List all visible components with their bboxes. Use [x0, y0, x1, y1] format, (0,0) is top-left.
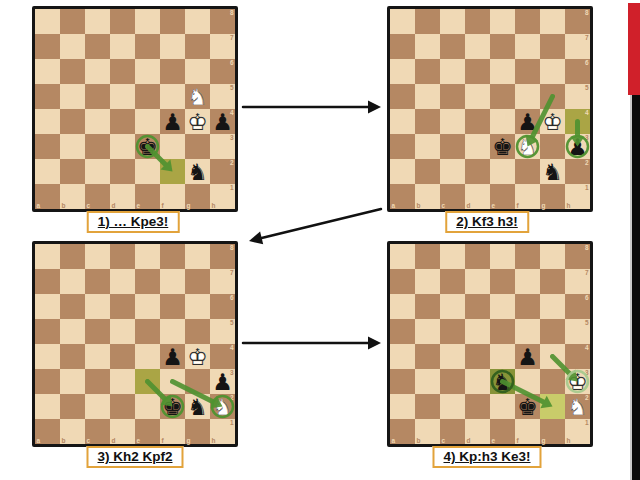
- square-a1[interactable]: a: [390, 419, 415, 444]
- square-c7[interactable]: [440, 34, 465, 59]
- square-g6[interactable]: [185, 59, 210, 84]
- chess-board-1: 8765432abcdefg1h ♞♘♚♔♟♟♚♞: [32, 6, 238, 212]
- rank-label-1: 1: [230, 184, 234, 191]
- square-b2[interactable]: [60, 159, 85, 184]
- square-a2[interactable]: [35, 159, 60, 184]
- black-king-e3[interactable]: ♚: [490, 134, 515, 159]
- square-h1[interactable]: 1h: [565, 419, 590, 444]
- square-h2[interactable]: 2: [210, 159, 235, 184]
- square-b4[interactable]: [415, 109, 440, 134]
- square-g5[interactable]: [540, 319, 565, 344]
- black-knight-g2[interactable]: ♞: [540, 159, 565, 184]
- square-a7[interactable]: [35, 34, 60, 59]
- square-d6[interactable]: [110, 294, 135, 319]
- black-knight-g2[interactable]: ♞: [185, 394, 210, 419]
- square-c5[interactable]: [85, 319, 110, 344]
- square-a3[interactable]: [35, 369, 60, 394]
- red-edge-strip: [628, 3, 640, 95]
- square-f1[interactable]: f: [515, 184, 540, 209]
- square-e4[interactable]: [490, 344, 515, 369]
- square-b5[interactable]: [415, 319, 440, 344]
- square-d2[interactable]: [465, 159, 490, 184]
- square-h8[interactable]: 8: [565, 244, 590, 269]
- white-knight-f3[interactable]: ♞♘: [515, 134, 540, 159]
- file-label-d: d: [112, 437, 116, 444]
- square-c3[interactable]: [440, 134, 465, 159]
- square-b8[interactable]: [415, 244, 440, 269]
- rank-label-7: 7: [230, 269, 234, 276]
- square-c8[interactable]: [440, 244, 465, 269]
- file-label-d: d: [467, 437, 471, 444]
- square-g8[interactable]: [540, 244, 565, 269]
- square-a6[interactable]: [35, 59, 60, 84]
- square-d4[interactable]: [465, 344, 490, 369]
- piece-glyph: ♚: [515, 394, 540, 419]
- square-c2[interactable]: [440, 394, 465, 419]
- square-e8[interactable]: [490, 9, 515, 34]
- square-h1[interactable]: 1h: [210, 419, 235, 444]
- square-f8[interactable]: [515, 9, 540, 34]
- square-e2[interactable]: [490, 159, 515, 184]
- square-b7[interactable]: [415, 269, 440, 294]
- square-d1[interactable]: d: [110, 419, 135, 444]
- square-e2[interactable]: [135, 159, 160, 184]
- square-a2[interactable]: [390, 394, 415, 419]
- square-g6[interactable]: [185, 294, 210, 319]
- square-h1[interactable]: 1h: [565, 184, 590, 209]
- square-b7[interactable]: [60, 34, 85, 59]
- rank-label-5: 5: [585, 84, 589, 91]
- square-a1[interactable]: a: [35, 419, 60, 444]
- square-f8[interactable]: [160, 9, 185, 34]
- square-b8[interactable]: [415, 9, 440, 34]
- square-e6[interactable]: [135, 294, 160, 319]
- square-g6[interactable]: [540, 294, 565, 319]
- square-h6[interactable]: 6: [565, 294, 590, 319]
- square-a6[interactable]: [35, 294, 60, 319]
- square-g1[interactable]: g: [540, 419, 565, 444]
- square-c1[interactable]: c: [440, 184, 465, 209]
- square-b7[interactable]: [60, 269, 85, 294]
- square-d4[interactable]: [110, 344, 135, 369]
- square-f8[interactable]: [515, 244, 540, 269]
- square-d6[interactable]: [110, 59, 135, 84]
- rank-label-6: 6: [230, 294, 234, 301]
- square-d5[interactable]: [465, 84, 490, 109]
- square-d8[interactable]: [110, 9, 135, 34]
- square-f5[interactable]: [515, 84, 540, 109]
- square-h1[interactable]: 1h: [210, 184, 235, 209]
- square-a2[interactable]: [35, 394, 60, 419]
- square-d8[interactable]: [110, 244, 135, 269]
- square-e3[interactable]: [135, 369, 160, 394]
- square-e8[interactable]: [135, 9, 160, 34]
- square-a1[interactable]: a: [35, 184, 60, 209]
- black-pawn-h3[interactable]: ♟: [210, 369, 235, 394]
- square-a6[interactable]: [390, 294, 415, 319]
- square-c2[interactable]: [85, 394, 110, 419]
- square-e7[interactable]: [490, 34, 515, 59]
- square-c5[interactable]: [440, 84, 465, 109]
- square-f7[interactable]: [160, 269, 185, 294]
- square-a8[interactable]: [35, 244, 60, 269]
- square-a5[interactable]: [390, 319, 415, 344]
- square-d7[interactable]: [465, 269, 490, 294]
- square-f3[interactable]: [515, 369, 540, 394]
- square-g7[interactable]: [185, 269, 210, 294]
- square-f7[interactable]: [160, 34, 185, 59]
- square-b6[interactable]: [60, 294, 85, 319]
- square-f3[interactable]: [160, 369, 185, 394]
- square-c5[interactable]: [440, 319, 465, 344]
- square-h3[interactable]: 3: [210, 134, 235, 159]
- square-c1[interactable]: c: [85, 184, 110, 209]
- white-king-h3[interactable]: ♚♔: [565, 369, 590, 394]
- square-h5[interactable]: 5: [565, 84, 590, 109]
- piece-glyph: ♔: [540, 109, 565, 134]
- file-label-b: b: [417, 202, 421, 209]
- square-h8[interactable]: 8: [210, 9, 235, 34]
- square-h6[interactable]: 6: [565, 59, 590, 84]
- square-b2[interactable]: [415, 159, 440, 184]
- piece-glyph: ♔: [185, 344, 210, 369]
- square-d5[interactable]: [110, 84, 135, 109]
- square-c6[interactable]: [85, 59, 110, 84]
- square-c6[interactable]: [440, 294, 465, 319]
- chess-board-3: 8765432abcdefg1h ♚♔♟♟♚♞♞♘: [32, 241, 238, 447]
- square-f6[interactable]: [515, 59, 540, 84]
- square-h7[interactable]: 7: [210, 269, 235, 294]
- square-e7[interactable]: [490, 269, 515, 294]
- square-b1[interactable]: b: [60, 419, 85, 444]
- square-a4[interactable]: [35, 344, 60, 369]
- square-h5[interactable]: 5: [565, 319, 590, 344]
- square-c4[interactable]: [440, 109, 465, 134]
- square-h4[interactable]: 4: [565, 109, 590, 134]
- square-f1[interactable]: f: [160, 184, 185, 209]
- black-pawn-f4[interactable]: ♟: [515, 109, 540, 134]
- square-b2[interactable]: [415, 394, 440, 419]
- square-g7[interactable]: [540, 269, 565, 294]
- square-a3[interactable]: [35, 134, 60, 159]
- file-label-f: f: [517, 202, 519, 209]
- square-c7[interactable]: [85, 269, 110, 294]
- square-f6[interactable]: [160, 294, 185, 319]
- square-c2[interactable]: [85, 159, 110, 184]
- rank-label-7: 7: [585, 269, 589, 276]
- square-e6[interactable]: [135, 59, 160, 84]
- black-pawn-h4[interactable]: ♟: [210, 109, 235, 134]
- square-a2[interactable]: [390, 159, 415, 184]
- white-knight-h2[interactable]: ♞♘: [210, 394, 235, 419]
- square-c4[interactable]: [85, 344, 110, 369]
- square-b3[interactable]: [415, 369, 440, 394]
- square-g3[interactable]: [540, 369, 565, 394]
- square-c8[interactable]: [85, 244, 110, 269]
- square-e5[interactable]: [135, 84, 160, 109]
- square-d1[interactable]: d: [465, 184, 490, 209]
- square-h8[interactable]: 8: [565, 9, 590, 34]
- board-3-squares: 8765432abcdefg1h ♚♔♟♟♚♞♞♘: [32, 241, 238, 447]
- square-g7[interactable]: [540, 34, 565, 59]
- slide-canvas: 8765432abcdefg1h ♞♘♚♔♟♟♚♞ 8765432abcdefg…: [0, 0, 640, 480]
- file-label-e: e: [492, 202, 496, 209]
- square-f8[interactable]: [160, 244, 185, 269]
- square-b1[interactable]: b: [415, 419, 440, 444]
- file-label-a: a: [37, 437, 41, 444]
- square-d8[interactable]: [465, 9, 490, 34]
- square-b6[interactable]: [415, 59, 440, 84]
- square-g8[interactable]: [185, 244, 210, 269]
- square-d3[interactable]: [465, 134, 490, 159]
- black-pawn-f4[interactable]: ♟: [515, 344, 540, 369]
- square-c6[interactable]: [85, 294, 110, 319]
- square-a5[interactable]: [390, 84, 415, 109]
- black-king-f2[interactable]: ♚: [160, 394, 185, 419]
- square-c6[interactable]: [440, 59, 465, 84]
- square-g4[interactable]: [540, 344, 565, 369]
- square-g7[interactable]: [185, 34, 210, 59]
- black-pawn-f4[interactable]: ♟: [160, 344, 185, 369]
- square-f5[interactable]: [515, 319, 540, 344]
- black-king-e3[interactable]: ♚: [135, 134, 160, 159]
- square-c3[interactable]: [85, 134, 110, 159]
- square-a4[interactable]: [390, 344, 415, 369]
- square-g6[interactable]: [540, 59, 565, 84]
- square-e2[interactable]: [490, 394, 515, 419]
- piece-glyph: ♔: [185, 109, 210, 134]
- square-e1[interactable]: e: [490, 184, 515, 209]
- square-c8[interactable]: [85, 9, 110, 34]
- square-b3[interactable]: [60, 369, 85, 394]
- piece-glyph: ♞: [185, 159, 210, 184]
- square-g5[interactable]: [185, 319, 210, 344]
- square-e5[interactable]: [490, 319, 515, 344]
- square-a1[interactable]: a: [390, 184, 415, 209]
- file-label-a: a: [392, 437, 396, 444]
- square-h7[interactable]: 7: [565, 269, 590, 294]
- square-e4[interactable]: [490, 109, 515, 134]
- square-e1[interactable]: e: [135, 419, 160, 444]
- file-label-g: g: [187, 202, 191, 209]
- piece-glyph: ♚: [160, 394, 185, 419]
- square-c7[interactable]: [85, 34, 110, 59]
- square-f2[interactable]: [160, 159, 185, 184]
- square-d7[interactable]: [110, 34, 135, 59]
- square-c1[interactable]: c: [85, 419, 110, 444]
- square-b4[interactable]: [60, 109, 85, 134]
- square-f3[interactable]: [160, 134, 185, 159]
- file-label-h: h: [567, 437, 571, 444]
- piece-glyph: ♘: [210, 394, 235, 419]
- square-a7[interactable]: [390, 34, 415, 59]
- square-c7[interactable]: [440, 269, 465, 294]
- square-f7[interactable]: [515, 34, 540, 59]
- square-g3[interactable]: [185, 369, 210, 394]
- file-label-d: d: [467, 202, 471, 209]
- rank-label-6: 6: [585, 59, 589, 66]
- rank-label-8: 8: [585, 244, 589, 251]
- square-b8[interactable]: [60, 9, 85, 34]
- square-b7[interactable]: [415, 34, 440, 59]
- square-e8[interactable]: [135, 244, 160, 269]
- white-knight-h2[interactable]: ♞♘: [565, 394, 590, 419]
- square-b5[interactable]: [415, 84, 440, 109]
- rank-label-1: 1: [230, 419, 234, 426]
- black-knight-e3[interactable]: ♞: [490, 369, 515, 394]
- square-c8[interactable]: [440, 9, 465, 34]
- rank-label-4: 4: [585, 109, 589, 116]
- square-f1[interactable]: f: [515, 419, 540, 444]
- piece-glyph: ♟: [515, 109, 540, 134]
- square-a8[interactable]: [390, 244, 415, 269]
- square-e1[interactable]: e: [135, 184, 160, 209]
- square-d4[interactable]: [110, 109, 135, 134]
- square-c4[interactable]: [85, 109, 110, 134]
- square-d3[interactable]: [465, 369, 490, 394]
- square-d7[interactable]: [465, 34, 490, 59]
- square-d1[interactable]: d: [110, 184, 135, 209]
- square-b4[interactable]: [415, 344, 440, 369]
- square-a3[interactable]: [390, 134, 415, 159]
- square-d5[interactable]: [110, 319, 135, 344]
- square-h4[interactable]: 4: [565, 344, 590, 369]
- square-h7[interactable]: 7: [210, 34, 235, 59]
- square-a4[interactable]: [390, 109, 415, 134]
- square-f6[interactable]: [515, 294, 540, 319]
- square-f5[interactable]: [160, 84, 185, 109]
- caption-move-2: 2) Kf3 h3!: [445, 211, 529, 233]
- square-d2[interactable]: [110, 394, 135, 419]
- square-c2[interactable]: [440, 159, 465, 184]
- square-e4[interactable]: [135, 344, 160, 369]
- square-g3[interactable]: [185, 134, 210, 159]
- square-f6[interactable]: [160, 59, 185, 84]
- square-g8[interactable]: [185, 9, 210, 34]
- square-b3[interactable]: [60, 134, 85, 159]
- square-h5[interactable]: 5: [210, 84, 235, 109]
- square-a6[interactable]: [390, 59, 415, 84]
- square-a4[interactable]: [35, 109, 60, 134]
- file-label-c: c: [87, 437, 91, 444]
- square-b3[interactable]: [415, 134, 440, 159]
- square-e7[interactable]: [135, 269, 160, 294]
- square-e6[interactable]: [490, 294, 515, 319]
- square-h8[interactable]: 8: [210, 244, 235, 269]
- black-pawn-h3[interactable]: ♟: [565, 134, 590, 159]
- square-e8[interactable]: [490, 244, 515, 269]
- square-c5[interactable]: [85, 84, 110, 109]
- rank-label-8: 8: [585, 9, 589, 16]
- square-a5[interactable]: [35, 319, 60, 344]
- square-b4[interactable]: [60, 344, 85, 369]
- black-pawn-f4[interactable]: ♟: [160, 109, 185, 134]
- square-a8[interactable]: [390, 9, 415, 34]
- square-d2[interactable]: [110, 159, 135, 184]
- square-e5[interactable]: [135, 319, 160, 344]
- square-f1[interactable]: f: [160, 419, 185, 444]
- square-h7[interactable]: 7: [565, 34, 590, 59]
- rank-label-4: 4: [230, 344, 234, 351]
- square-a5[interactable]: [35, 84, 60, 109]
- caption-move-1: 1) … Kpe3!: [87, 211, 180, 233]
- square-c1[interactable]: c: [440, 419, 465, 444]
- square-d4[interactable]: [465, 109, 490, 134]
- square-e2[interactable]: [135, 394, 160, 419]
- square-e5[interactable]: [490, 84, 515, 109]
- black-knight-g2[interactable]: ♞: [185, 159, 210, 184]
- square-d2[interactable]: [465, 394, 490, 419]
- file-label-b: b: [417, 437, 421, 444]
- white-knight-g5[interactable]: ♞♘: [185, 84, 210, 109]
- square-g3[interactable]: [540, 134, 565, 159]
- square-a3[interactable]: [390, 369, 415, 394]
- square-c3[interactable]: [440, 369, 465, 394]
- square-e7[interactable]: [135, 34, 160, 59]
- rank-label-3: 3: [230, 134, 234, 141]
- white-king-g4[interactable]: ♚♔: [185, 344, 210, 369]
- black-king-f2[interactable]: ♚: [515, 394, 540, 419]
- square-h5[interactable]: 5: [210, 319, 235, 344]
- square-b1[interactable]: b: [60, 184, 85, 209]
- square-h2[interactable]: 2: [565, 159, 590, 184]
- square-d1[interactable]: d: [465, 419, 490, 444]
- square-b6[interactable]: [415, 294, 440, 319]
- square-a8[interactable]: [35, 9, 60, 34]
- square-h6[interactable]: 6: [210, 294, 235, 319]
- square-d8[interactable]: [465, 244, 490, 269]
- square-b5[interactable]: [60, 319, 85, 344]
- square-a7[interactable]: [35, 269, 60, 294]
- square-g2[interactable]: [540, 394, 565, 419]
- piece-glyph: ♞: [185, 394, 210, 419]
- square-f2[interactable]: [515, 159, 540, 184]
- square-c3[interactable]: [85, 369, 110, 394]
- square-g1[interactable]: g: [185, 419, 210, 444]
- square-d7[interactable]: [110, 269, 135, 294]
- square-b8[interactable]: [60, 244, 85, 269]
- square-f7[interactable]: [515, 269, 540, 294]
- square-b1[interactable]: b: [415, 184, 440, 209]
- square-g1[interactable]: g: [185, 184, 210, 209]
- square-d3[interactable]: [110, 134, 135, 159]
- square-f5[interactable]: [160, 319, 185, 344]
- white-king-g4[interactable]: ♚♔: [540, 109, 565, 134]
- square-d5[interactable]: [465, 319, 490, 344]
- square-d3[interactable]: [110, 369, 135, 394]
- square-d6[interactable]: [465, 59, 490, 84]
- square-e4[interactable]: [135, 109, 160, 134]
- square-e6[interactable]: [490, 59, 515, 84]
- square-b6[interactable]: [60, 59, 85, 84]
- white-king-g4[interactable]: ♚♔: [185, 109, 210, 134]
- square-h4[interactable]: 4: [210, 344, 235, 369]
- file-label-b: b: [62, 437, 66, 444]
- square-g1[interactable]: g: [540, 184, 565, 209]
- square-b5[interactable]: [60, 84, 85, 109]
- connector-arrow-1: [243, 101, 381, 114]
- rank-label-1: 1: [585, 419, 589, 426]
- square-g5[interactable]: [540, 84, 565, 109]
- square-b2[interactable]: [60, 394, 85, 419]
- file-label-g: g: [187, 437, 191, 444]
- square-h6[interactable]: 6: [210, 59, 235, 84]
- square-a7[interactable]: [390, 269, 415, 294]
- square-c4[interactable]: [440, 344, 465, 369]
- square-e1[interactable]: e: [490, 419, 515, 444]
- square-g8[interactable]: [540, 9, 565, 34]
- square-d6[interactable]: [465, 294, 490, 319]
